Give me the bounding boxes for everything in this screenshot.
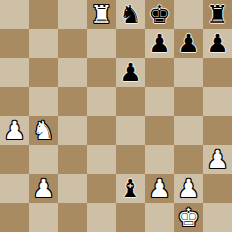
square-h6[interactable] bbox=[203, 58, 232, 87]
white-pawn[interactable]: ♟ bbox=[206, 145, 228, 174]
square-h7[interactable]: ♟ bbox=[203, 29, 232, 58]
chess-board: ♜♞♚♜♟♟♟♟♟♞♟♟♝♟♟♚ bbox=[0, 0, 232, 232]
square-f4[interactable] bbox=[145, 116, 174, 145]
square-b3[interactable] bbox=[29, 145, 58, 174]
square-d7[interactable] bbox=[87, 29, 116, 58]
black-pawn[interactable]: ♟ bbox=[206, 29, 228, 58]
square-g4[interactable] bbox=[174, 116, 203, 145]
square-e4[interactable] bbox=[116, 116, 145, 145]
square-e5[interactable] bbox=[116, 87, 145, 116]
square-f3[interactable] bbox=[145, 145, 174, 174]
black-rook[interactable]: ♜ bbox=[206, 0, 228, 29]
square-f6[interactable] bbox=[145, 58, 174, 87]
square-b2[interactable]: ♟ bbox=[29, 174, 58, 203]
square-b7[interactable] bbox=[29, 29, 58, 58]
square-b1[interactable] bbox=[29, 203, 58, 232]
square-a1[interactable] bbox=[0, 203, 29, 232]
square-a4[interactable]: ♟ bbox=[0, 116, 29, 145]
square-c8[interactable] bbox=[58, 0, 87, 29]
black-pawn[interactable]: ♟ bbox=[148, 29, 170, 58]
square-b8[interactable] bbox=[29, 0, 58, 29]
square-d6[interactable] bbox=[87, 58, 116, 87]
square-a6[interactable] bbox=[0, 58, 29, 87]
square-f1[interactable] bbox=[145, 203, 174, 232]
square-b4[interactable]: ♞ bbox=[29, 116, 58, 145]
square-d5[interactable] bbox=[87, 87, 116, 116]
square-d1[interactable] bbox=[87, 203, 116, 232]
square-d3[interactable] bbox=[87, 145, 116, 174]
square-b5[interactable] bbox=[29, 87, 58, 116]
square-c1[interactable] bbox=[58, 203, 87, 232]
square-c2[interactable] bbox=[58, 174, 87, 203]
square-h5[interactable] bbox=[203, 87, 232, 116]
square-h8[interactable]: ♜ bbox=[203, 0, 232, 29]
square-e2[interactable]: ♝ bbox=[116, 174, 145, 203]
square-f7[interactable]: ♟ bbox=[145, 29, 174, 58]
square-f5[interactable] bbox=[145, 87, 174, 116]
square-g6[interactable] bbox=[174, 58, 203, 87]
white-knight[interactable]: ♞ bbox=[32, 116, 54, 145]
square-h2[interactable] bbox=[203, 174, 232, 203]
square-c7[interactable] bbox=[58, 29, 87, 58]
square-e1[interactable] bbox=[116, 203, 145, 232]
square-g7[interactable]: ♟ bbox=[174, 29, 203, 58]
white-pawn[interactable]: ♟ bbox=[3, 116, 25, 145]
white-pawn[interactable]: ♟ bbox=[148, 174, 170, 203]
square-h4[interactable] bbox=[203, 116, 232, 145]
square-e6[interactable]: ♟ bbox=[116, 58, 145, 87]
square-f2[interactable]: ♟ bbox=[145, 174, 174, 203]
square-f8[interactable]: ♚ bbox=[145, 0, 174, 29]
square-c4[interactable] bbox=[58, 116, 87, 145]
square-e8[interactable]: ♞ bbox=[116, 0, 145, 29]
square-d2[interactable] bbox=[87, 174, 116, 203]
square-b6[interactable] bbox=[29, 58, 58, 87]
white-rook[interactable]: ♜ bbox=[90, 0, 112, 29]
white-pawn[interactable]: ♟ bbox=[177, 174, 199, 203]
white-pawn[interactable]: ♟ bbox=[32, 174, 54, 203]
square-d4[interactable] bbox=[87, 116, 116, 145]
square-g8[interactable] bbox=[174, 0, 203, 29]
square-g2[interactable]: ♟ bbox=[174, 174, 203, 203]
square-h3[interactable]: ♟ bbox=[203, 145, 232, 174]
square-h1[interactable] bbox=[203, 203, 232, 232]
square-a2[interactable] bbox=[0, 174, 29, 203]
square-a8[interactable] bbox=[0, 0, 29, 29]
square-c3[interactable] bbox=[58, 145, 87, 174]
black-pawn[interactable]: ♟ bbox=[177, 29, 199, 58]
square-c5[interactable] bbox=[58, 87, 87, 116]
square-e7[interactable] bbox=[116, 29, 145, 58]
square-d8[interactable]: ♜ bbox=[87, 0, 116, 29]
black-knight[interactable]: ♞ bbox=[119, 0, 141, 29]
black-king[interactable]: ♚ bbox=[148, 0, 170, 29]
square-a7[interactable] bbox=[0, 29, 29, 58]
square-g5[interactable] bbox=[174, 87, 203, 116]
square-g1[interactable]: ♚ bbox=[174, 203, 203, 232]
white-king[interactable]: ♚ bbox=[177, 203, 199, 232]
black-bishop[interactable]: ♝ bbox=[119, 174, 141, 203]
square-a3[interactable] bbox=[0, 145, 29, 174]
black-pawn[interactable]: ♟ bbox=[119, 58, 141, 87]
square-c6[interactable] bbox=[58, 58, 87, 87]
square-a5[interactable] bbox=[0, 87, 29, 116]
square-e3[interactable] bbox=[116, 145, 145, 174]
square-g3[interactable] bbox=[174, 145, 203, 174]
